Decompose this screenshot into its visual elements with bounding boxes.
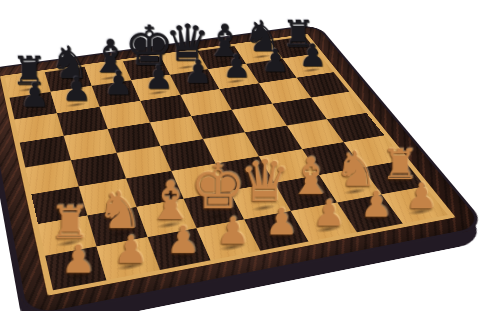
- chess-board: ♜♞♝♚♛♝♞♜♟♟♟♟♟♟♟♟♜♞♝♚♛♝♞♜♟♟♟♟♟♟♟♟: [0, 24, 480, 311]
- dark-pawn: ♟: [4, 79, 65, 113]
- square-a6: [14, 113, 63, 143]
- light-pawn: ♟: [39, 240, 117, 279]
- square-a5: [20, 136, 72, 168]
- chess-board-scene: ♜♞♝♚♛♝♞♜♟♟♟♟♟♟♟♟♜♞♝♚♛♝♞♜♟♟♟♟♟♟♟♟: [0, 24, 480, 311]
- photo-canvas: ♜♞♝♚♛♝♞♜♟♟♟♟♟♟♟♟♜♞♝♚♛♝♞♜♟♟♟♟♟♟♟♟: [0, 0, 480, 311]
